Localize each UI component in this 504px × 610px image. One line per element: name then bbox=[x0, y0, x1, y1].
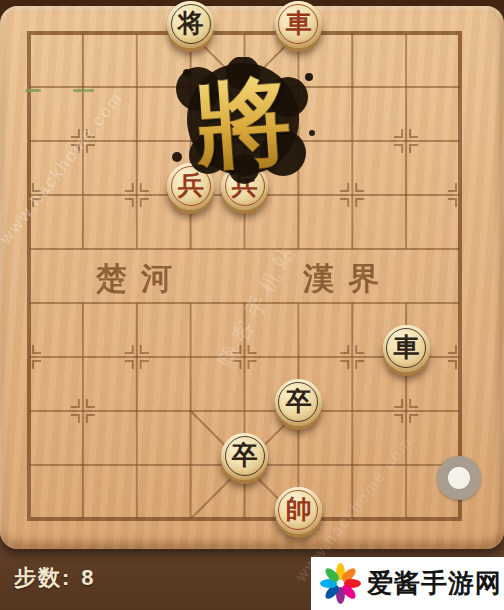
move-count-value: 8 bbox=[81, 565, 93, 590]
piece-red-chariot[interactable]: 車 bbox=[275, 1, 322, 48]
floating-action-button[interactable] bbox=[437, 456, 481, 500]
river-label-left: 楚河 bbox=[96, 258, 186, 300]
site-logo[interactable]: 爱酱手游网 bbox=[311, 557, 504, 610]
piece-glyph: 帥 bbox=[275, 486, 322, 533]
move-highlight bbox=[25, 89, 41, 92]
piece-black-chariot[interactable]: 車 bbox=[383, 325, 430, 372]
piece-glyph: 兵 bbox=[167, 162, 214, 209]
pinwheel-icon bbox=[319, 563, 361, 605]
piece-red-general[interactable]: 帥 bbox=[275, 487, 322, 534]
piece-red-soldier-2[interactable]: 兵 bbox=[221, 163, 268, 210]
xiangqi-board[interactable]: 楚河 漢界 将車兵兵車卒卒帥 bbox=[0, 6, 504, 549]
move-count-label: 步数: bbox=[14, 565, 71, 590]
status-bar: 步数:8 bbox=[14, 563, 94, 593]
piece-black-general[interactable]: 将 bbox=[167, 1, 214, 48]
piece-black-soldier-1[interactable]: 卒 bbox=[275, 379, 322, 426]
move-highlight bbox=[73, 89, 94, 92]
game-screen: 楚河 漢界 将車兵兵車卒卒帥 bbox=[0, 0, 504, 610]
piece-glyph: 車 bbox=[275, 0, 322, 47]
piece-glyph: 卒 bbox=[221, 432, 268, 479]
piece-black-soldier-2[interactable]: 卒 bbox=[221, 433, 268, 480]
piece-glyph: 卒 bbox=[275, 378, 322, 425]
piece-red-soldier-1[interactable]: 兵 bbox=[167, 163, 214, 210]
piece-glyph: 兵 bbox=[221, 162, 268, 209]
site-logo-text: 爱酱手游网 bbox=[367, 566, 502, 601]
river-label-right: 漢界 bbox=[303, 258, 393, 300]
piece-glyph: 将 bbox=[167, 0, 214, 47]
piece-glyph: 車 bbox=[383, 324, 430, 371]
